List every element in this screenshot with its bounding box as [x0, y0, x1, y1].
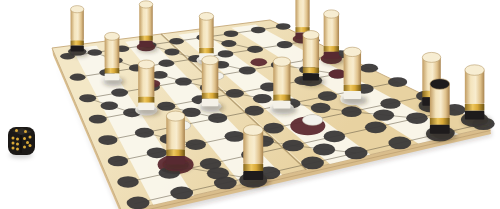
peg-top-wood [465, 65, 485, 76]
peg-body [105, 36, 120, 68]
peg-body [303, 35, 319, 67]
spot-r4c1 [89, 115, 107, 124]
spot-r7c7 [365, 122, 387, 134]
spot-diagonal-15 [207, 167, 229, 179]
peg-gold-band [273, 94, 290, 100]
peg-top-wood [71, 6, 84, 13]
spot-r5c5 [245, 106, 264, 116]
spot-diagonal-2 [164, 49, 179, 56]
peg-base-band-white [202, 99, 219, 107]
spot-r4c5 [226, 89, 244, 98]
spot-r1c9 [276, 23, 291, 30]
spot-white-2 [302, 115, 322, 126]
peg-top-wood [139, 1, 152, 8]
spot-r5c4 [208, 113, 227, 123]
die-pip-top-1 [15, 129, 18, 132]
peg-base-band-black [303, 73, 319, 80]
peg-gold-band [199, 48, 213, 53]
spot-r6c3 [186, 139, 206, 150]
spot-diagonal-14 [373, 110, 394, 121]
spot-r6c5 [263, 123, 283, 134]
peg-base-band-white [273, 101, 290, 109]
peg-gold-band [344, 85, 361, 91]
die-pip-top-2 [24, 130, 27, 133]
spot-r1c5 [169, 38, 184, 45]
product-photo-stage [0, 0, 500, 209]
peg-base-band-maroon [139, 41, 152, 47]
spot-r2c4 [159, 60, 175, 67]
spot-r3c1 [79, 94, 96, 102]
peg-body [139, 4, 152, 35]
peg-body [295, 0, 309, 27]
peg-top-wood [199, 12, 213, 20]
die-pip-left-5 [12, 142, 15, 145]
peg-gold-band [430, 118, 450, 125]
peg-gold-band [71, 40, 84, 45]
peg-top-wood [202, 56, 219, 65]
die-pip-right-11 [26, 141, 29, 144]
peg-top-wood [303, 31, 319, 40]
spot-r8c6 [345, 147, 368, 160]
spot-r3c2 [111, 89, 128, 97]
spot-r8c5 [301, 157, 324, 170]
board-scene [0, 0, 500, 209]
spot-diagonal-12 [311, 103, 331, 113]
spot-r5c1 [98, 135, 117, 145]
spot-r3c6 [239, 66, 256, 74]
peg-black-14 [461, 65, 491, 127]
peg-gold-band [465, 104, 485, 111]
peg-base-band-white [344, 91, 361, 99]
spot-diagonal-3 [221, 40, 236, 47]
spot-r6c7 [341, 106, 361, 117]
spot-r1c2 [88, 49, 103, 56]
peg-base-band-black [430, 125, 450, 134]
peg-base-band-maroon [166, 156, 185, 164]
peg-top-wood [273, 57, 290, 66]
peg-top-black [430, 79, 450, 90]
spot-r4c3 [157, 102, 175, 111]
spot-r7c6 [324, 131, 346, 143]
spot-r1c8 [251, 27, 266, 34]
peg-top-wood [138, 60, 154, 69]
spot-r5c7 [318, 91, 337, 101]
peg-base-band-black [71, 45, 84, 51]
spot-r4c9 [360, 64, 378, 73]
spot-maroon-2 [251, 58, 268, 66]
peg-body [199, 16, 213, 48]
spot-r7c8 [406, 112, 428, 124]
spot-r8c1 [127, 197, 150, 209]
spot-r1c7 [224, 30, 239, 37]
peg-body [202, 60, 219, 93]
die-pip-right-12 [23, 146, 26, 149]
spot-r8c7 [388, 137, 411, 150]
spot-r6c2 [147, 147, 167, 158]
spot-diagonal-16 [313, 143, 335, 155]
peg-gold-band [105, 68, 120, 73]
peg-gold-band [324, 46, 339, 52]
peg-top-wood [243, 125, 263, 136]
spot-r3c4 [175, 77, 192, 85]
peg-top-wood [166, 111, 185, 121]
spot-r8c2 [170, 187, 193, 200]
peg-gold-band [303, 67, 319, 73]
spot-r2c1 [70, 74, 86, 81]
peg-gold-band [139, 36, 152, 41]
peg-base-band-white [138, 103, 154, 110]
peg-gold-band [202, 93, 219, 99]
peg-base-band-black [243, 171, 263, 180]
peg-gold-band [166, 149, 185, 156]
peg-body [71, 9, 84, 40]
peg-base-band-black [465, 111, 485, 120]
die-pip-left-6 [16, 143, 19, 146]
spot-r6c8 [380, 98, 400, 109]
peg-base-band-white [105, 74, 120, 81]
peg-base-band-maroon [324, 52, 339, 59]
spot-r7c5 [282, 140, 304, 152]
peg-gold-band [243, 164, 263, 171]
spot-r5c2 [135, 128, 154, 138]
peg-top-wood [324, 10, 339, 18]
peg-body [138, 64, 154, 96]
die [8, 127, 35, 158]
peg-top-wood [422, 52, 440, 62]
spot-r6c4 [225, 131, 245, 142]
spot-r2c6 [218, 50, 234, 57]
die-pip-right-10 [29, 136, 32, 139]
peg-top-wood [344, 47, 361, 56]
die-pip-right-13 [29, 144, 32, 147]
die-pip-right-9 [23, 137, 26, 140]
spot-r2c8 [277, 41, 293, 48]
spot-r5c9 [388, 77, 407, 87]
peg-gold-band [138, 97, 154, 103]
spot-r7c1 [117, 176, 139, 188]
die-pip-left-8 [16, 148, 19, 151]
peg-top-wood [105, 32, 120, 40]
spot-diagonal-6 [101, 101, 118, 109]
die-pip-left-3 [12, 137, 15, 140]
die-pip-left-7 [12, 147, 15, 150]
spot-diagonal-10 [253, 94, 272, 103]
spot-r6c1 [108, 156, 128, 167]
die-pip-left-4 [16, 138, 19, 141]
spot-r2c7 [247, 46, 263, 53]
peg-body [324, 14, 339, 46]
